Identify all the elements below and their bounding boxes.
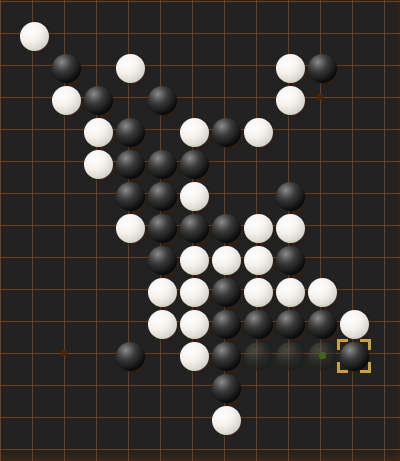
white-stone [180,310,209,339]
white-stone [340,310,369,339]
white-stone [180,342,209,371]
white-stone [84,150,113,179]
black-stone [276,182,305,211]
black-stone [308,310,337,339]
white-stone [276,278,305,307]
black-stone [180,214,209,243]
black-stone [212,374,241,403]
white-stone [180,118,209,147]
white-stone [52,86,81,115]
black-stone [116,342,145,371]
white-stone [276,214,305,243]
black-stone [276,310,305,339]
black-stone [116,150,145,179]
black-stone [148,150,177,179]
star-point [61,350,67,356]
green-dot-marker [319,352,326,359]
white-stone [116,54,145,83]
go-app-screenshot [0,0,400,461]
white-stone [212,246,241,275]
white-stone [148,310,177,339]
black-stone [212,214,241,243]
black-stone [308,54,337,83]
white-stone [180,246,209,275]
white-stone [244,214,273,243]
white-stone [148,278,177,307]
white-stone [180,278,209,307]
ghost-black-stone [244,342,273,371]
white-stone [308,278,337,307]
white-stone [276,86,305,115]
black-stone [148,214,177,243]
white-stone [244,278,273,307]
star-point [317,94,323,100]
white-stone [84,118,113,147]
black-stone [212,118,241,147]
white-stone [180,182,209,211]
go-board[interactable] [0,0,400,461]
black-stone [212,310,241,339]
black-stone [148,246,177,275]
black-stone [212,278,241,307]
white-stone [276,54,305,83]
black-stone [212,342,241,371]
black-stone [276,246,305,275]
last-move-marker [337,339,371,373]
black-stone [116,118,145,147]
ghost-black-stone [276,342,305,371]
black-stone [148,86,177,115]
black-stone [180,150,209,179]
white-stone [116,214,145,243]
black-stone [52,54,81,83]
black-stone [116,182,145,211]
white-stone [244,246,273,275]
black-stone [244,310,273,339]
white-stone [212,406,241,435]
black-stone [148,182,177,211]
white-stone [244,118,273,147]
black-stone [84,86,113,115]
white-stone [20,22,49,51]
